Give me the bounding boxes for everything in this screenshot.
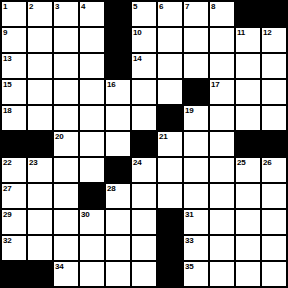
- letter-cell-r9c8[interactable]: 31: [184, 210, 208, 234]
- block-cell-r6c6: [132, 132, 156, 156]
- letter-cell-r5c11[interactable]: [262, 106, 286, 130]
- letter-cell-r10c6[interactable]: [132, 236, 156, 260]
- letter-cell-r4c9[interactable]: 17: [210, 80, 234, 104]
- letter-cell-r9c5[interactable]: [106, 210, 130, 234]
- letter-cell-r11c5[interactable]: [106, 262, 130, 286]
- block-cell-r8c4: [80, 184, 104, 208]
- letter-cell-r10c3[interactable]: [54, 236, 78, 260]
- block-cell-r7c5: [106, 158, 130, 182]
- block-cell-r4c8: [184, 80, 208, 104]
- clue-number: 2: [29, 2, 33, 11]
- clue-number: 17: [211, 80, 219, 89]
- letter-cell-r5c8[interactable]: 19: [184, 106, 208, 130]
- letter-cell-r2c10[interactable]: 11: [236, 28, 260, 52]
- letter-cell-r5c4[interactable]: [80, 106, 104, 130]
- letter-cell-r7c1[interactable]: 22: [2, 158, 26, 182]
- block-cell-r6c2: [28, 132, 52, 156]
- letter-cell-r8c2[interactable]: [28, 184, 52, 208]
- letter-cell-r1c6[interactable]: 5: [132, 2, 156, 26]
- letter-cell-r5c2[interactable]: [28, 106, 52, 130]
- letter-cell-r11c4[interactable]: [80, 262, 104, 286]
- clue-number: 34: [55, 262, 63, 271]
- clue-number: 20: [55, 132, 63, 141]
- letter-cell-r7c3[interactable]: [54, 158, 78, 182]
- letter-cell-r7c7[interactable]: [158, 158, 182, 182]
- clue-number: 1: [3, 2, 7, 11]
- letter-cell-r9c11[interactable]: [262, 210, 286, 234]
- letter-cell-r4c3[interactable]: [54, 80, 78, 104]
- clue-number: 9: [3, 28, 7, 37]
- block-cell-r1c10: [236, 2, 260, 26]
- letter-cell-r7c11[interactable]: 26: [262, 158, 286, 182]
- clue-number: 11: [237, 28, 245, 37]
- letter-cell-r2c7[interactable]: [158, 28, 182, 52]
- letter-cell-r1c3[interactable]: 3: [54, 2, 78, 26]
- letter-cell-r5c1[interactable]: 18: [2, 106, 26, 130]
- clue-number: 23: [29, 158, 37, 167]
- clue-number: 21: [159, 132, 167, 141]
- letter-cell-r2c8[interactable]: [184, 28, 208, 52]
- letter-cell-r9c2[interactable]: [28, 210, 52, 234]
- letter-cell-r1c7[interactable]: 6: [158, 2, 182, 26]
- letter-cell-r9c10[interactable]: [236, 210, 260, 234]
- letter-cell-r3c4[interactable]: [80, 54, 104, 78]
- letter-cell-r2c3[interactable]: [54, 28, 78, 52]
- letter-cell-r3c10[interactable]: [236, 54, 260, 78]
- letter-cell-r3c7[interactable]: [158, 54, 182, 78]
- clue-number: 4: [81, 2, 85, 11]
- letter-cell-r10c11[interactable]: [262, 236, 286, 260]
- letter-cell-r4c10[interactable]: [236, 80, 260, 104]
- letter-cell-r3c11[interactable]: [262, 54, 286, 78]
- letter-cell-r9c9[interactable]: [210, 210, 234, 234]
- block-cell-r6c11: [262, 132, 286, 156]
- block-cell-r11c7: [158, 262, 182, 286]
- letter-cell-r5c10[interactable]: [236, 106, 260, 130]
- letter-cell-r7c10[interactable]: 25: [236, 158, 260, 182]
- clue-number: 18: [3, 106, 11, 115]
- letter-cell-r5c6[interactable]: [132, 106, 156, 130]
- letter-cell-r9c1[interactable]: 29: [2, 210, 26, 234]
- letter-cell-r9c4[interactable]: 30: [80, 210, 104, 234]
- clue-number: 7: [185, 2, 189, 11]
- crossword-board: 1234567891011121314151617181920212223242…: [0, 0, 288, 288]
- letter-cell-r9c3[interactable]: [54, 210, 78, 234]
- letter-cell-r3c3[interactable]: [54, 54, 78, 78]
- letter-cell-r2c2[interactable]: [28, 28, 52, 52]
- letter-cell-r4c5[interactable]: 16: [106, 80, 130, 104]
- letter-cell-r6c5[interactable]: [106, 132, 130, 156]
- letter-cell-r1c8[interactable]: 7: [184, 2, 208, 26]
- letter-cell-r4c4[interactable]: [80, 80, 104, 104]
- letter-cell-r6c8[interactable]: [184, 132, 208, 156]
- letter-cell-r11c8[interactable]: 35: [184, 262, 208, 286]
- letter-cell-r8c3[interactable]: [54, 184, 78, 208]
- letter-cell-r2c6[interactable]: 10: [132, 28, 156, 52]
- letter-cell-r6c9[interactable]: [210, 132, 234, 156]
- letter-cell-r2c9[interactable]: [210, 28, 234, 52]
- clue-number: 35: [185, 262, 193, 271]
- letter-cell-r10c5[interactable]: [106, 236, 130, 260]
- letter-cell-r7c9[interactable]: [210, 158, 234, 182]
- letter-cell-r2c11[interactable]: 12: [262, 28, 286, 52]
- letter-cell-r3c1[interactable]: 13: [2, 54, 26, 78]
- letter-cell-r11c11[interactable]: [262, 262, 286, 286]
- block-cell-r3c5: [106, 54, 130, 78]
- letter-cell-r1c9[interactable]: 8: [210, 2, 234, 26]
- letter-cell-r5c3[interactable]: [54, 106, 78, 130]
- letter-cell-r3c2[interactable]: [28, 54, 52, 78]
- block-cell-r1c5: [106, 2, 130, 26]
- clue-number: 3: [55, 2, 59, 11]
- letter-cell-r4c7[interactable]: [158, 80, 182, 104]
- letter-cell-r5c9[interactable]: [210, 106, 234, 130]
- letter-cell-r3c6[interactable]: 14: [132, 54, 156, 78]
- letter-cell-r7c6[interactable]: 24: [132, 158, 156, 182]
- letter-cell-r10c1[interactable]: 32: [2, 236, 26, 260]
- letter-cell-r6c7[interactable]: 21: [158, 132, 182, 156]
- letter-cell-r2c4[interactable]: [80, 28, 104, 52]
- clue-number: 8: [211, 2, 215, 11]
- letter-cell-r7c2[interactable]: 23: [28, 158, 52, 182]
- letter-cell-r8c11[interactable]: [262, 184, 286, 208]
- block-cell-r2c5: [106, 28, 130, 52]
- letter-cell-r8c10[interactable]: [236, 184, 260, 208]
- letter-cell-r10c9[interactable]: [210, 236, 234, 260]
- clue-number: 22: [3, 158, 11, 167]
- letter-cell-r4c11[interactable]: [262, 80, 286, 104]
- letter-cell-r4c1[interactable]: 15: [2, 80, 26, 104]
- block-cell-r6c1: [2, 132, 26, 156]
- clue-number: 32: [3, 236, 11, 245]
- letter-cell-r8c7[interactable]: [158, 184, 182, 208]
- letter-cell-r3c8[interactable]: [184, 54, 208, 78]
- letter-cell-r6c3[interactable]: 20: [54, 132, 78, 156]
- clue-number: 6: [159, 2, 163, 11]
- letter-cell-r11c3[interactable]: 34: [54, 262, 78, 286]
- clue-number: 33: [185, 236, 193, 245]
- clue-number: 31: [185, 210, 193, 219]
- letter-cell-r8c6[interactable]: [132, 184, 156, 208]
- clue-number: 24: [133, 158, 141, 167]
- letter-cell-r2c1[interactable]: 9: [2, 28, 26, 52]
- letter-cell-r8c9[interactable]: [210, 184, 234, 208]
- letter-cell-r1c4[interactable]: 4: [80, 2, 104, 26]
- clue-number: 10: [133, 28, 141, 37]
- letter-cell-r8c8[interactable]: [184, 184, 208, 208]
- letter-cell-r7c8[interactable]: [184, 158, 208, 182]
- block-cell-r11c2: [28, 262, 52, 286]
- clue-number: 29: [3, 210, 11, 219]
- block-cell-r9c7: [158, 210, 182, 234]
- clue-number: 12: [263, 28, 271, 37]
- clue-number: 13: [3, 54, 11, 63]
- letter-cell-r4c2[interactable]: [28, 80, 52, 104]
- letter-cell-r4c6[interactable]: [132, 80, 156, 104]
- letter-cell-r10c10[interactable]: [236, 236, 260, 260]
- letter-cell-r7c4[interactable]: [80, 158, 104, 182]
- clue-number: 25: [237, 158, 245, 167]
- clue-number: 16: [107, 80, 115, 89]
- letter-cell-r1c1[interactable]: 1: [2, 2, 26, 26]
- letter-cell-r11c9[interactable]: [210, 262, 234, 286]
- letter-cell-r6c4[interactable]: [80, 132, 104, 156]
- clue-number: 14: [133, 54, 141, 63]
- letter-cell-r10c2[interactable]: [28, 236, 52, 260]
- clue-number: 19: [185, 106, 193, 115]
- block-cell-r6c10: [236, 132, 260, 156]
- clue-number: 28: [107, 184, 115, 193]
- letter-cell-r8c5[interactable]: 28: [106, 184, 130, 208]
- letter-cell-r9c6[interactable]: [132, 210, 156, 234]
- letter-cell-r5c5[interactable]: [106, 106, 130, 130]
- block-cell-r11c1: [2, 262, 26, 286]
- letter-cell-r11c10[interactable]: [236, 262, 260, 286]
- block-cell-r5c7: [158, 106, 182, 130]
- letter-cell-r10c4[interactable]: [80, 236, 104, 260]
- block-cell-r1c11: [262, 2, 286, 26]
- letter-cell-r3c9[interactable]: [210, 54, 234, 78]
- letter-cell-r1c2[interactable]: 2: [28, 2, 52, 26]
- letter-cell-r10c8[interactable]: 33: [184, 236, 208, 260]
- clue-number: 30: [81, 210, 89, 219]
- clue-number: 26: [263, 158, 271, 167]
- clue-number: 15: [3, 80, 11, 89]
- clue-number: 27: [3, 184, 11, 193]
- block-cell-r10c7: [158, 236, 182, 260]
- letter-cell-r8c1[interactable]: 27: [2, 184, 26, 208]
- clue-number: 5: [133, 2, 137, 11]
- letter-cell-r11c6[interactable]: [132, 262, 156, 286]
